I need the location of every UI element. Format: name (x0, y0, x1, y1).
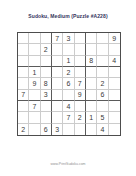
cell-r9c1: 2 (18, 124, 29, 135)
cell-r5c2: 9 (29, 78, 40, 89)
footer-url: www.PrintSudoku.com (0, 162, 136, 166)
cell-r8c5: 7 (63, 112, 74, 123)
cell-r2c3: 2 (41, 44, 52, 55)
cell-r8c6: 2 (75, 112, 86, 123)
cell-r3c7: 8 (86, 56, 97, 67)
cell-r4c3 (41, 67, 52, 78)
cell-r3c6 (75, 56, 86, 67)
cell-r2c5 (63, 44, 74, 55)
cell-r3c1 (18, 56, 29, 67)
cell-r2c4 (52, 44, 63, 55)
cell-r7c8 (97, 101, 108, 112)
cell-r2c1 (18, 44, 29, 55)
cell-r4c8 (97, 67, 108, 78)
cell-r6c9 (109, 90, 120, 101)
cell-r4c6 (75, 67, 86, 78)
cell-r8c3 (41, 112, 52, 123)
cell-r9c6 (75, 124, 86, 135)
cell-r5c4 (52, 78, 63, 89)
cell-r9c2 (29, 124, 40, 135)
sudoku-sheet: Sudoku, Medium (Puzzle #A228) 7392184129… (0, 0, 136, 176)
cell-r1c3 (41, 33, 52, 44)
cell-r9c5 (63, 124, 74, 135)
cell-r8c8: 5 (97, 112, 108, 123)
puzzle-title: Sudoku, Medium (Puzzle #A228) (0, 13, 136, 19)
cell-r2c6 (75, 44, 86, 55)
cell-r1c2 (29, 33, 40, 44)
cell-r6c7 (86, 90, 97, 101)
cell-r1c6 (75, 33, 86, 44)
cell-r7c4 (52, 101, 63, 112)
cell-r3c8 (97, 56, 108, 67)
cell-r3c3 (41, 56, 52, 67)
cell-r3c4 (52, 56, 63, 67)
cell-r4c4 (52, 67, 63, 78)
cell-r7c7 (86, 101, 97, 112)
cell-r3c2 (29, 56, 40, 67)
cell-r7c5: 4 (63, 101, 74, 112)
cell-r1c8 (97, 33, 108, 44)
cell-r6c3: 3 (41, 90, 52, 101)
cell-r1c7 (86, 33, 97, 44)
cell-r9c4: 3 (52, 124, 63, 135)
sudoku-grid: 7392184129867273967472152634 (17, 32, 121, 136)
cell-r1c1 (18, 33, 29, 44)
cell-r8c9 (109, 112, 120, 123)
cell-r4c2: 1 (29, 67, 40, 78)
cell-r3c9: 4 (109, 56, 120, 67)
cell-r1c5: 3 (63, 33, 74, 44)
cell-r9c3: 6 (41, 124, 52, 135)
cell-r5c3: 8 (41, 78, 52, 89)
cell-r7c9 (109, 101, 120, 112)
cell-r7c3 (41, 101, 52, 112)
cell-r4c7 (86, 67, 97, 78)
cell-r5c5: 6 (63, 78, 74, 89)
cell-r5c7 (86, 78, 97, 89)
cell-r4c1 (18, 67, 29, 78)
cell-r6c2 (29, 90, 40, 101)
cell-r3c5: 1 (63, 56, 74, 67)
cell-r1c4: 7 (52, 33, 63, 44)
cell-r2c2 (29, 44, 40, 55)
cell-r1c9: 9 (109, 33, 120, 44)
cell-r9c9 (109, 124, 120, 135)
cell-r6c4 (52, 90, 63, 101)
cell-r4c9 (109, 67, 120, 78)
cell-r5c8: 2 (97, 78, 108, 89)
cell-r8c1 (18, 112, 29, 123)
cell-r9c7 (86, 124, 97, 135)
cell-r5c9 (109, 78, 120, 89)
cell-r7c1 (18, 101, 29, 112)
cell-r2c9 (109, 44, 120, 55)
cell-r5c1 (18, 78, 29, 89)
cell-r5c6: 7 (75, 78, 86, 89)
cell-r8c2 (29, 112, 40, 123)
cell-r8c7: 1 (86, 112, 97, 123)
cell-r7c2: 7 (29, 101, 40, 112)
cell-r4c5: 2 (63, 67, 74, 78)
cell-r7c6 (75, 101, 86, 112)
cell-r6c1: 7 (18, 90, 29, 101)
cell-r8c4 (52, 112, 63, 123)
cell-r2c7 (86, 44, 97, 55)
cell-r2c8 (97, 44, 108, 55)
cell-r6c5 (63, 90, 74, 101)
cell-r9c8: 4 (97, 124, 108, 135)
cell-r6c6: 9 (75, 90, 86, 101)
cell-r6c8: 6 (97, 90, 108, 101)
